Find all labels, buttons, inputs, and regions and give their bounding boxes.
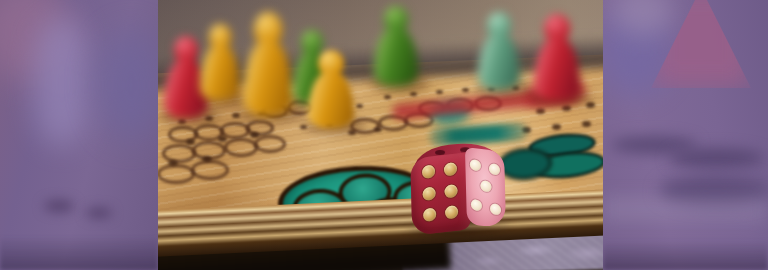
track-hole — [374, 127, 382, 132]
track-hole — [168, 160, 178, 166]
track-hole — [462, 88, 469, 92]
pawn-body — [478, 34, 520, 90]
pawn-body — [308, 72, 354, 128]
pawn-body — [374, 28, 418, 86]
track-hole — [536, 108, 545, 114]
pawn-body — [534, 38, 580, 100]
die-face-right — [464, 147, 506, 229]
die-pip — [489, 203, 500, 215]
die-pip — [469, 159, 480, 171]
track-hole — [250, 132, 259, 138]
pawn-body — [243, 41, 293, 116]
track-hole — [356, 104, 363, 108]
track-hole — [218, 136, 227, 142]
pawn-body — [200, 45, 240, 100]
blurred-hole-ghost — [44, 200, 74, 212]
purple-overlay-right — [603, 0, 768, 270]
track-hole — [186, 139, 195, 145]
purple-overlay-left — [0, 0, 158, 270]
blurred-hole-ghost — [86, 208, 112, 218]
pawn-red — [534, 14, 580, 100]
die-pip — [422, 187, 435, 201]
die-pip — [471, 200, 482, 212]
burned-ring — [157, 164, 195, 184]
tablecloth-sheen — [603, 196, 768, 222]
burned-ring — [224, 138, 258, 157]
pawn-teal-green — [478, 12, 520, 90]
blurred-hole-ghost — [669, 148, 765, 168]
die-pip — [422, 165, 435, 179]
burned-ring — [162, 144, 196, 163]
track-hole — [202, 156, 212, 162]
die-pip — [445, 206, 458, 220]
pawn-yellow — [200, 24, 240, 100]
pawn-yellow — [308, 50, 354, 128]
die-pip — [480, 180, 491, 192]
pawn-yellow — [243, 12, 293, 116]
track-hole — [436, 90, 443, 94]
die — [410, 143, 506, 233]
track-hole — [582, 121, 591, 127]
die-pip — [444, 163, 457, 177]
overlay-bottom-shade — [0, 236, 158, 270]
blurred-pawn-ghost — [34, 18, 90, 146]
blurred-pawn-ghost — [96, 30, 158, 140]
track-hole — [384, 95, 391, 99]
track-hole — [586, 102, 595, 108]
track-hole — [552, 124, 561, 130]
overlay-bottom-shade — [603, 240, 768, 270]
track-hole — [410, 92, 417, 96]
die-pip — [423, 208, 436, 222]
hero-banner — [0, 0, 768, 270]
pawn-green — [374, 6, 418, 86]
die-pip — [489, 163, 500, 175]
burned-ring — [254, 135, 286, 153]
die-face-front — [410, 153, 471, 236]
burned-ring — [191, 160, 229, 180]
die-pip — [445, 184, 458, 198]
